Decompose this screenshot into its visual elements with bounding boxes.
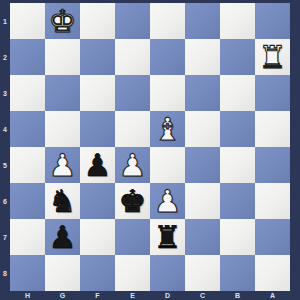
square-a3[interactable] <box>255 75 290 111</box>
square-h3[interactable] <box>10 75 45 111</box>
square-h1[interactable] <box>10 3 45 39</box>
rank-label-2: 2 <box>0 39 10 75</box>
chess-board[interactable]: ♚♜♝♟♟♟♞♚♟♟♜ <box>10 3 290 291</box>
square-e8[interactable] <box>115 255 150 291</box>
square-g2[interactable] <box>45 39 80 75</box>
rank-label-3: 3 <box>0 75 10 111</box>
file-label-c: C <box>185 291 220 300</box>
square-e1[interactable] <box>115 3 150 39</box>
square-a6[interactable] <box>255 183 290 219</box>
square-c1[interactable] <box>185 3 220 39</box>
square-d4[interactable]: ♝ <box>150 111 185 147</box>
square-d2[interactable] <box>150 39 185 75</box>
square-c7[interactable] <box>185 219 220 255</box>
square-g1[interactable]: ♚ <box>45 3 80 39</box>
square-h8[interactable] <box>10 255 45 291</box>
file-label-d: D <box>150 291 185 300</box>
square-a1[interactable] <box>255 3 290 39</box>
file-label-f: F <box>80 291 115 300</box>
file-labels: HGFEDCBA <box>10 291 290 300</box>
rank-label-1: 1 <box>0 3 10 39</box>
square-d1[interactable] <box>150 3 185 39</box>
square-c8[interactable] <box>185 255 220 291</box>
rank-label-7: 7 <box>0 219 10 255</box>
square-b2[interactable] <box>220 39 255 75</box>
square-d8[interactable] <box>150 255 185 291</box>
white-pawn[interactable]: ♟ <box>150 183 185 219</box>
square-g5[interactable]: ♟ <box>45 147 80 183</box>
square-c3[interactable] <box>185 75 220 111</box>
square-f6[interactable] <box>80 183 115 219</box>
square-b6[interactable] <box>220 183 255 219</box>
square-f1[interactable] <box>80 3 115 39</box>
square-e7[interactable] <box>115 219 150 255</box>
rank-labels: 12345678 <box>0 3 10 291</box>
square-d5[interactable] <box>150 147 185 183</box>
square-c4[interactable] <box>185 111 220 147</box>
file-label-a: A <box>255 291 290 300</box>
file-label-g: G <box>45 291 80 300</box>
black-knight[interactable]: ♞ <box>45 183 80 219</box>
square-c6[interactable] <box>185 183 220 219</box>
square-g3[interactable] <box>45 75 80 111</box>
square-d3[interactable] <box>150 75 185 111</box>
white-pawn[interactable]: ♟ <box>115 147 150 183</box>
black-pawn[interactable]: ♟ <box>80 147 115 183</box>
square-f8[interactable] <box>80 255 115 291</box>
white-king[interactable]: ♚ <box>45 3 80 39</box>
square-b3[interactable] <box>220 75 255 111</box>
square-b4[interactable] <box>220 111 255 147</box>
rank-label-8: 8 <box>0 255 10 291</box>
file-label-b: B <box>220 291 255 300</box>
square-f7[interactable] <box>80 219 115 255</box>
file-label-e: E <box>115 291 150 300</box>
square-a5[interactable] <box>255 147 290 183</box>
square-f3[interactable] <box>80 75 115 111</box>
square-f5[interactable]: ♟ <box>80 147 115 183</box>
square-g6[interactable]: ♞ <box>45 183 80 219</box>
square-h7[interactable] <box>10 219 45 255</box>
square-b1[interactable] <box>220 3 255 39</box>
rank-label-4: 4 <box>0 111 10 147</box>
white-bishop[interactable]: ♝ <box>150 111 185 147</box>
square-f4[interactable] <box>80 111 115 147</box>
square-a7[interactable] <box>255 219 290 255</box>
square-a2[interactable]: ♜ <box>255 39 290 75</box>
square-b7[interactable] <box>220 219 255 255</box>
square-h4[interactable] <box>10 111 45 147</box>
square-g8[interactable] <box>45 255 80 291</box>
square-g7[interactable]: ♟ <box>45 219 80 255</box>
rank-label-5: 5 <box>0 147 10 183</box>
square-b8[interactable] <box>220 255 255 291</box>
white-rook[interactable]: ♜ <box>255 39 290 75</box>
black-rook[interactable]: ♜ <box>150 219 185 255</box>
square-c5[interactable] <box>185 147 220 183</box>
square-b5[interactable] <box>220 147 255 183</box>
square-e2[interactable] <box>115 39 150 75</box>
chess-board-frame: 12345678 ♚♜♝♟♟♟♞♚♟♟♜ HGFEDCBA <box>0 0 300 300</box>
square-f2[interactable] <box>80 39 115 75</box>
square-e3[interactable] <box>115 75 150 111</box>
black-king[interactable]: ♚ <box>115 183 150 219</box>
square-h2[interactable] <box>10 39 45 75</box>
black-pawn[interactable]: ♟ <box>45 219 80 255</box>
rank-label-6: 6 <box>0 183 10 219</box>
file-label-h: H <box>10 291 45 300</box>
square-c2[interactable] <box>185 39 220 75</box>
square-d6[interactable]: ♟ <box>150 183 185 219</box>
square-g4[interactable] <box>45 111 80 147</box>
square-e5[interactable]: ♟ <box>115 147 150 183</box>
white-pawn[interactable]: ♟ <box>45 147 80 183</box>
square-e6[interactable]: ♚ <box>115 183 150 219</box>
square-d7[interactable]: ♜ <box>150 219 185 255</box>
square-h6[interactable] <box>10 183 45 219</box>
square-h5[interactable] <box>10 147 45 183</box>
square-a4[interactable] <box>255 111 290 147</box>
square-e4[interactable] <box>115 111 150 147</box>
square-a8[interactable] <box>255 255 290 291</box>
